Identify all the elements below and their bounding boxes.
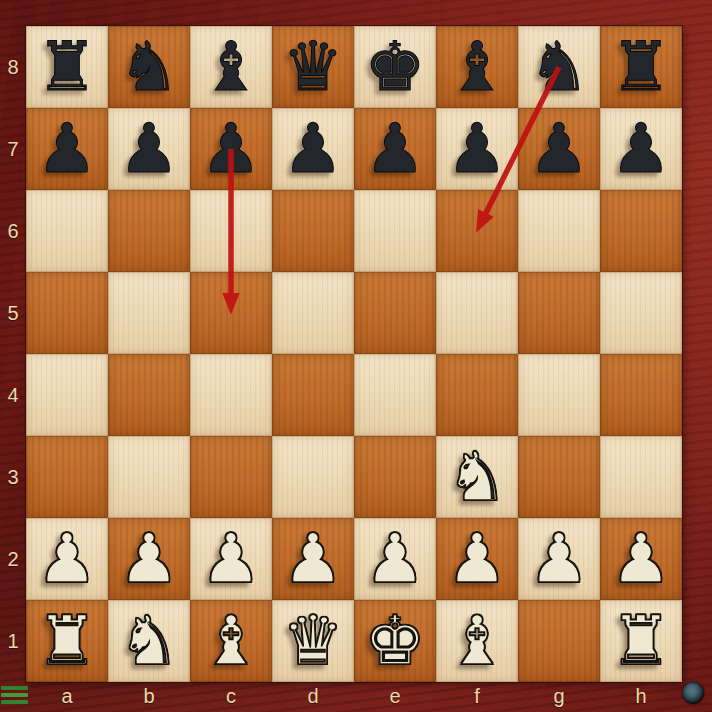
piece-wb-f1[interactable]: ♝ [436,600,518,682]
square-e4[interactable] [354,354,436,436]
file-label-d: d [272,682,354,712]
piece-bp-c7[interactable]: ♟ [190,108,272,190]
square-e6[interactable] [354,190,436,272]
piece-wr-h1[interactable]: ♜ [600,600,682,682]
square-b8[interactable]: ♞ [108,26,190,108]
square-b2[interactable]: ♟ [108,518,190,600]
square-h8[interactable]: ♜ [600,26,682,108]
rank-label-7: 7 [0,108,26,190]
piece-wn-f3[interactable]: ♞ [436,436,518,518]
piece-bk-e8[interactable]: ♚ [354,26,436,108]
square-h1[interactable]: ♜ [600,600,682,682]
square-g6[interactable] [518,190,600,272]
square-h3[interactable] [600,436,682,518]
piece-br-a8[interactable]: ♜ [26,26,108,108]
piece-wp-g2[interactable]: ♟ [518,518,600,600]
square-h2[interactable]: ♟ [600,518,682,600]
square-h5[interactable] [600,272,682,354]
square-e5[interactable] [354,272,436,354]
square-f1[interactable]: ♝ [436,600,518,682]
rank-label-1: 1 [0,600,26,682]
square-f8[interactable]: ♝ [436,26,518,108]
piece-bn-b8[interactable]: ♞ [108,26,190,108]
piece-br-h8[interactable]: ♜ [600,26,682,108]
square-d4[interactable] [272,354,354,436]
square-c2[interactable]: ♟ [190,518,272,600]
square-g5[interactable] [518,272,600,354]
piece-bq-d8[interactable]: ♛ [272,26,354,108]
menu-icon-bar [1,686,28,690]
square-c6[interactable] [190,190,272,272]
piece-bp-a7[interactable]: ♟ [26,108,108,190]
square-h6[interactable] [600,190,682,272]
square-a8[interactable]: ♜ [26,26,108,108]
square-c3[interactable] [190,436,272,518]
square-a3[interactable] [26,436,108,518]
menu-icon[interactable] [1,686,28,707]
square-h7[interactable]: ♟ [600,108,682,190]
square-e1[interactable]: ♚ [354,600,436,682]
piece-bp-g7[interactable]: ♟ [518,108,600,190]
square-g2[interactable]: ♟ [518,518,600,600]
square-b1[interactable]: ♞ [108,600,190,682]
piece-wp-b2[interactable]: ♟ [108,518,190,600]
menu-icon-bar [1,700,28,704]
square-d8[interactable]: ♛ [272,26,354,108]
square-c8[interactable]: ♝ [190,26,272,108]
file-labels: abcdefgh [26,682,682,712]
square-b7[interactable]: ♟ [108,108,190,190]
square-c4[interactable] [190,354,272,436]
square-a5[interactable] [26,272,108,354]
rank-label-6: 6 [0,190,26,272]
square-h4[interactable] [600,354,682,436]
square-f4[interactable] [436,354,518,436]
square-f2[interactable]: ♟ [436,518,518,600]
square-b5[interactable] [108,272,190,354]
piece-wb-c1[interactable]: ♝ [190,600,272,682]
piece-bp-h7[interactable]: ♟ [600,108,682,190]
menu-icon-bar [1,693,28,697]
square-c1[interactable]: ♝ [190,600,272,682]
square-f5[interactable] [436,272,518,354]
square-a1[interactable]: ♜ [26,600,108,682]
square-d7[interactable]: ♟ [272,108,354,190]
file-label-g: g [518,682,600,712]
file-label-e: e [354,682,436,712]
square-b3[interactable] [108,436,190,518]
square-f3[interactable]: ♞ [436,436,518,518]
square-d2[interactable]: ♟ [272,518,354,600]
lens-icon [682,682,704,704]
piece-bp-f7[interactable]: ♟ [436,108,518,190]
square-b4[interactable] [108,354,190,436]
piece-wp-d2[interactable]: ♟ [272,518,354,600]
rank-label-4: 4 [0,354,26,436]
piece-wk-e1[interactable]: ♚ [354,600,436,682]
square-e2[interactable]: ♟ [354,518,436,600]
square-g7[interactable]: ♟ [518,108,600,190]
square-a4[interactable] [26,354,108,436]
square-d1[interactable]: ♛ [272,600,354,682]
square-f6[interactable] [436,190,518,272]
piece-wn-b1[interactable]: ♞ [108,600,190,682]
rank-label-2: 2 [0,518,26,600]
file-label-c: c [190,682,272,712]
square-e3[interactable] [354,436,436,518]
piece-bb-c8[interactable]: ♝ [190,26,272,108]
piece-bn-g8[interactable]: ♞ [518,26,600,108]
piece-wp-a2[interactable]: ♟ [26,518,108,600]
piece-bp-b7[interactable]: ♟ [108,108,190,190]
square-a2[interactable]: ♟ [26,518,108,600]
file-label-a: a [26,682,108,712]
file-label-b: b [108,682,190,712]
square-c7[interactable]: ♟ [190,108,272,190]
square-b6[interactable] [108,190,190,272]
square-g8[interactable]: ♞ [518,26,600,108]
square-e7[interactable]: ♟ [354,108,436,190]
piece-bp-d7[interactable]: ♟ [272,108,354,190]
rank-labels: 87654321 [0,26,26,682]
piece-wp-h2[interactable]: ♟ [600,518,682,600]
piece-wq-d1[interactable]: ♛ [272,600,354,682]
square-g3[interactable] [518,436,600,518]
square-c5[interactable] [190,272,272,354]
rank-label-5: 5 [0,272,26,354]
file-label-h: h [600,682,682,712]
square-g1[interactable] [518,600,600,682]
file-label-f: f [436,682,518,712]
square-d5[interactable] [272,272,354,354]
piece-wp-e2[interactable]: ♟ [354,518,436,600]
rank-label-8: 8 [0,26,26,108]
square-d6[interactable] [272,190,354,272]
square-a6[interactable] [26,190,108,272]
board: ♜♞♝♛♚♝♞♜♟♟♟♟♟♟♟♟♞♟♟♟♟♟♟♟♟♜♞♝♛♚♝♜ [26,26,682,682]
square-d3[interactable] [272,436,354,518]
rank-label-3: 3 [0,436,26,518]
piece-bp-e7[interactable]: ♟ [354,108,436,190]
square-g4[interactable] [518,354,600,436]
piece-wr-a1[interactable]: ♜ [26,600,108,682]
piece-wp-c2[interactable]: ♟ [190,518,272,600]
piece-wp-f2[interactable]: ♟ [436,518,518,600]
square-f7[interactable]: ♟ [436,108,518,190]
piece-bb-f8[interactable]: ♝ [436,26,518,108]
square-e8[interactable]: ♚ [354,26,436,108]
square-a7[interactable]: ♟ [26,108,108,190]
